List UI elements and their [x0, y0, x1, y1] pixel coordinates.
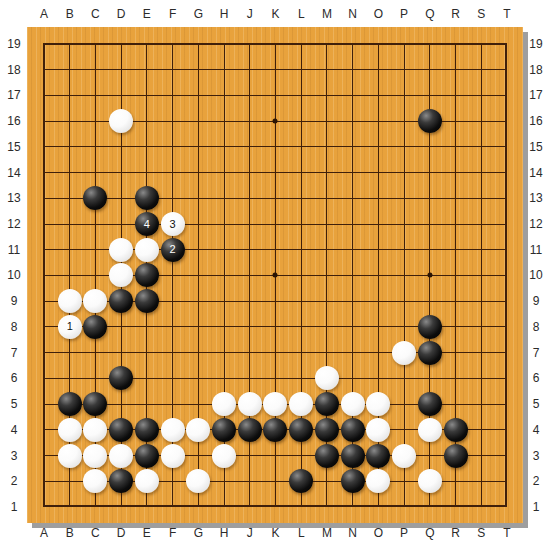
column-label: B: [66, 7, 74, 21]
column-label: Q: [425, 7, 434, 21]
column-label: R: [451, 7, 460, 21]
row-label: 7: [11, 346, 18, 360]
stone-white[interactable]: [341, 392, 365, 416]
stone-white[interactable]: [58, 444, 82, 468]
stone-black[interactable]: [289, 469, 313, 493]
stone-white[interactable]: [289, 392, 313, 416]
stone-black[interactable]: [83, 186, 107, 210]
stone-white[interactable]: [392, 444, 416, 468]
stone-white[interactable]: [186, 418, 210, 442]
column-label: S: [477, 526, 485, 540]
stone-black[interactable]: [135, 186, 159, 210]
stone-black[interactable]: [212, 418, 236, 442]
column-label: L: [298, 526, 305, 540]
move-number-label: 3: [170, 219, 176, 230]
star-point: [427, 273, 432, 278]
stone-white[interactable]: [186, 469, 210, 493]
stone-white[interactable]: [161, 418, 185, 442]
column-label: E: [143, 526, 151, 540]
column-label: H: [220, 7, 229, 21]
grid-line: [404, 44, 405, 507]
row-label: 13: [529, 191, 542, 205]
row-label: 10: [529, 268, 542, 282]
stone-black[interactable]: [263, 418, 287, 442]
column-label: F: [169, 7, 176, 21]
stone-white[interactable]: [392, 341, 416, 365]
move-number-label: 1: [67, 321, 73, 332]
stone-white[interactable]: [212, 392, 236, 416]
row-label: 5: [533, 397, 540, 411]
column-label: O: [374, 7, 383, 21]
move-number-label: 4: [144, 219, 150, 230]
column-label: G: [194, 7, 203, 21]
row-label: 15: [529, 140, 542, 154]
stone-black[interactable]: [109, 469, 133, 493]
column-label: D: [117, 7, 126, 21]
column-label: R: [451, 526, 460, 540]
row-label: 19: [7, 37, 20, 51]
stone-white[interactable]: [366, 469, 390, 493]
row-label: 19: [529, 37, 542, 51]
column-label: A: [40, 526, 48, 540]
row-label: 3: [11, 449, 18, 463]
column-label: S: [477, 7, 485, 21]
row-label: 12: [529, 217, 542, 231]
row-label: 8: [533, 320, 540, 334]
stone-white[interactable]: [83, 418, 107, 442]
row-label: 18: [529, 63, 542, 77]
stone-white[interactable]: [58, 289, 82, 313]
row-label: 7: [533, 346, 540, 360]
row-label: 12: [7, 217, 20, 231]
column-label: F: [169, 526, 176, 540]
column-label: C: [91, 526, 100, 540]
stone-white[interactable]: [109, 444, 133, 468]
stone-black[interactable]: [109, 366, 133, 390]
row-label: 6: [533, 371, 540, 385]
row-label: 16: [529, 114, 542, 128]
stone-black[interactable]: [135, 289, 159, 313]
column-label: N: [348, 7, 357, 21]
grid-line: [481, 44, 482, 507]
column-label: T: [503, 7, 510, 21]
stone-white[interactable]: [83, 469, 107, 493]
stone-black[interactable]: [289, 418, 313, 442]
stone-white[interactable]: [109, 263, 133, 287]
column-label: C: [91, 7, 100, 21]
stone-white[interactable]: [135, 238, 159, 262]
stone-black[interactable]: [238, 418, 262, 442]
move-number-label: 2: [170, 244, 176, 255]
column-label: L: [298, 7, 305, 21]
row-label: 9: [533, 294, 540, 308]
column-label: M: [322, 7, 332, 21]
stone-black[interactable]: [315, 392, 339, 416]
column-label: D: [117, 526, 126, 540]
stone-black[interactable]: [366, 444, 390, 468]
stone-white[interactable]: [366, 392, 390, 416]
stone-black[interactable]: [83, 392, 107, 416]
column-label: B: [66, 526, 74, 540]
stone-black[interactable]: [315, 444, 339, 468]
column-label: T: [503, 526, 510, 540]
row-label: 9: [11, 294, 18, 308]
column-label: Q: [425, 526, 434, 540]
column-label: G: [194, 526, 203, 540]
stone-black[interactable]: [444, 444, 468, 468]
stone-white[interactable]: [238, 392, 262, 416]
stone-white[interactable]: [109, 109, 133, 133]
row-label: 1: [533, 500, 540, 514]
stone-black[interactable]: [83, 315, 107, 339]
row-label: 6: [11, 371, 18, 385]
stone-white[interactable]: 3: [161, 212, 185, 236]
stone-black[interactable]: [109, 418, 133, 442]
stone-black[interactable]: [418, 341, 442, 365]
column-label: K: [271, 7, 279, 21]
stone-white[interactable]: [161, 444, 185, 468]
stone-black[interactable]: [418, 392, 442, 416]
column-label: O: [374, 526, 383, 540]
stone-white[interactable]: [135, 469, 159, 493]
stone-black[interactable]: [418, 109, 442, 133]
stone-white[interactable]: [212, 444, 236, 468]
go-diagram: AABBCCDDEEFFGGHHJJKKLLMMNNOOPPQQRRSSTT19…: [0, 0, 550, 550]
grid-line: [44, 506, 507, 507]
stone-white[interactable]: [366, 418, 390, 442]
stone-white[interactable]: 1: [58, 315, 82, 339]
column-label: H: [220, 526, 229, 540]
stone-black[interactable]: [418, 315, 442, 339]
stone-white[interactable]: [263, 392, 287, 416]
column-label: K: [271, 526, 279, 540]
column-label: A: [40, 7, 48, 21]
row-label: 2: [533, 474, 540, 488]
row-label: 4: [11, 423, 18, 437]
stone-white[interactable]: [315, 366, 339, 390]
stone-white[interactable]: [109, 238, 133, 262]
row-label: 14: [529, 166, 542, 180]
row-label: 11: [8, 243, 20, 257]
row-label: 5: [11, 397, 18, 411]
row-label: 18: [7, 63, 20, 77]
stone-black[interactable]: 4: [135, 212, 159, 236]
row-label: 10: [7, 268, 20, 282]
stone-black[interactable]: [58, 392, 82, 416]
column-label: M: [322, 526, 332, 540]
column-label: J: [247, 526, 253, 540]
column-label: N: [348, 526, 357, 540]
column-label: J: [247, 7, 253, 21]
row-label: 8: [11, 320, 18, 334]
star-point: [273, 119, 278, 124]
column-label: P: [400, 526, 408, 540]
stone-black[interactable]: [135, 418, 159, 442]
row-label: 4: [533, 423, 540, 437]
stone-black[interactable]: [341, 418, 365, 442]
star-point: [273, 273, 278, 278]
grid-line: [506, 44, 507, 507]
row-label: 2: [11, 474, 18, 488]
row-label: 3: [533, 449, 540, 463]
stone-black[interactable]: [341, 469, 365, 493]
stone-black[interactable]: [315, 418, 339, 442]
stone-black[interactable]: [135, 263, 159, 287]
stone-black[interactable]: [444, 418, 468, 442]
go-board[interactable]: 4231: [27, 27, 523, 523]
column-label: E: [143, 7, 151, 21]
stone-black[interactable]: [341, 444, 365, 468]
row-label: 11: [530, 243, 542, 257]
column-label: P: [400, 7, 408, 21]
stone-white[interactable]: [418, 469, 442, 493]
row-label: 1: [11, 500, 18, 514]
stone-white[interactable]: [83, 444, 107, 468]
stone-black[interactable]: [109, 289, 133, 313]
stone-white[interactable]: [418, 418, 442, 442]
row-label: 16: [7, 114, 20, 128]
stone-white[interactable]: [58, 418, 82, 442]
row-label: 15: [7, 140, 20, 154]
stone-black[interactable]: 2: [161, 238, 185, 262]
stone-black[interactable]: [135, 444, 159, 468]
stone-white[interactable]: [83, 289, 107, 313]
row-label: 17: [7, 88, 20, 102]
row-label: 13: [7, 191, 20, 205]
row-label: 14: [7, 166, 20, 180]
row-label: 17: [529, 88, 542, 102]
